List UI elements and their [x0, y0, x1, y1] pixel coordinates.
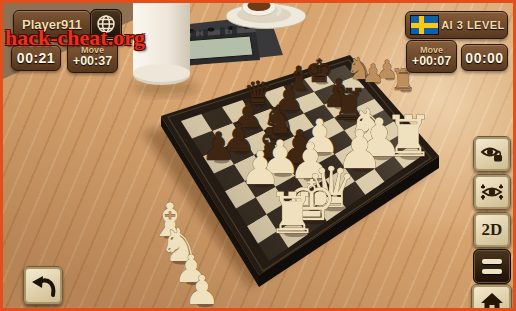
2d-mode-button[interactable]: 2D	[473, 212, 511, 248]
opponent-move-gain: +00:07	[412, 55, 451, 68]
opponent-clock-value: 00:00	[465, 51, 503, 65]
menu-icon	[482, 259, 502, 264]
piece-white-rook-b1[interactable]: ♜	[267, 181, 317, 246]
sweden-flag-icon	[410, 15, 439, 35]
player-move-gain: +00:37	[73, 55, 112, 68]
opponent-move-panel: Move +00:07	[406, 40, 457, 73]
undo-button[interactable]	[23, 266, 63, 305]
game-screen: ♟♞♚♟♝♜♛♟♟♜♟♞♞♟♟♜♟♝♟♟♟♟♟♟♛♚♜♝♞♟♟ hack-che…	[0, 0, 516, 311]
home-icon	[480, 291, 504, 311]
view-lock-button[interactable]	[473, 136, 511, 172]
coffee-cup	[226, 3, 306, 29]
captured-white-pawn: ♟	[184, 267, 220, 311]
player-clock-value: 00:21	[17, 51, 55, 65]
opponent-name: AI 3 LEVEL	[439, 19, 507, 31]
opponent-clock: 00:00	[461, 44, 508, 71]
opponent-panel: AI 3 LEVEL	[405, 11, 508, 39]
piece-black-pawn-a6[interactable]: ♟	[201, 124, 236, 169]
watermark: hack-cheat.org	[5, 25, 145, 51]
2d-label: 2D	[482, 220, 503, 240]
menu-button[interactable]	[473, 249, 511, 284]
back-arrow-icon	[29, 273, 57, 299]
eye-lock-icon	[480, 143, 504, 165]
home-button[interactable]	[471, 284, 512, 311]
view-mode-button[interactable]	[473, 174, 511, 210]
eye-frame-icon	[479, 180, 505, 204]
